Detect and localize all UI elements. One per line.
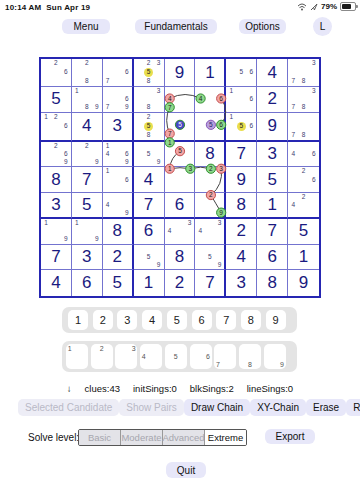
cell-r7c9[interactable]: 5 <box>288 219 319 245</box>
candidate-slot: 7 <box>103 77 113 86</box>
cell-r7c6[interactable]: 34 <box>195 219 226 245</box>
candidate-slot <box>112 59 122 68</box>
cell-r3c1[interactable]: 126 <box>41 113 72 142</box>
candidate-slot <box>184 122 194 131</box>
cell-r9c7[interactable]: 3 <box>226 270 257 296</box>
cell-r8c1[interactable]: 7 <box>41 245 72 271</box>
candidate-slot <box>236 77 246 86</box>
cell-r4c2[interactable]: 29 <box>72 142 103 168</box>
candidate-slot <box>298 95 308 103</box>
candidate-slot <box>175 176 185 184</box>
cell-r3c8[interactable]: 9 <box>257 113 288 142</box>
cell-r9c2[interactable]: 6 <box>72 270 103 296</box>
battery-percent: 79% <box>321 2 337 11</box>
candidate-slot <box>122 184 132 192</box>
position-button-9[interactable]: 9 <box>264 344 286 369</box>
cell-r6c5[interactable]: 6 <box>165 193 196 219</box>
candidate-slot <box>298 201 308 209</box>
candidate-slot <box>144 87 154 95</box>
candidate-slot <box>298 68 308 77</box>
xy-chain-button[interactable]: XY-Chain <box>250 399 306 416</box>
digit-button-9[interactable]: 9 <box>266 310 286 330</box>
candidate-slot <box>215 103 225 111</box>
sudoku-board[interactable]: 2628672358915643785189679381623781264325… <box>39 57 321 298</box>
line-singles-count: lineSings:0 <box>247 383 293 394</box>
cell-r8c7[interactable]: 4 <box>226 245 257 271</box>
cell-r2c9[interactable]: 378 <box>288 87 319 113</box>
candidate-slot <box>72 68 82 77</box>
candidate-slot <box>112 77 122 86</box>
candidate-slot <box>122 87 132 95</box>
candidate-slot: 9 <box>61 235 71 243</box>
digit-button-6[interactable]: 6 <box>192 310 212 330</box>
candidate-grid: 56 <box>226 59 256 86</box>
cell-r2c5[interactable] <box>165 87 196 113</box>
solved-digit: 9 <box>288 270 319 296</box>
candidate-slot <box>72 59 82 68</box>
candidate-slot <box>154 68 164 77</box>
candidate-grid: 16 <box>103 167 132 192</box>
digit-button-7[interactable]: 7 <box>216 310 236 330</box>
candidate-slot <box>72 142 82 150</box>
candidate-slot <box>215 227 225 235</box>
candidate-slot: 7 <box>103 103 113 111</box>
candidate-slot <box>51 158 61 166</box>
candidate-slot <box>144 95 154 103</box>
solved-digit: 1 <box>257 193 287 217</box>
candidate-slot <box>246 77 256 86</box>
candidate-slot: 3 <box>154 59 164 68</box>
candidate-slot <box>215 176 225 184</box>
candidate-slot <box>92 227 102 235</box>
cell-r2c8[interactable]: 2 <box>257 87 288 113</box>
candidate-slot <box>122 193 132 201</box>
candidate-slot <box>72 103 82 111</box>
candidate-grid: 59 <box>134 245 164 270</box>
solved-digit: 7 <box>41 245 71 270</box>
highlighted-candidate: 5 <box>237 122 246 131</box>
cell-r5c7[interactable]: 9 <box>226 167 257 193</box>
candidate-slot <box>246 113 256 122</box>
cell-r4c5[interactable] <box>165 142 196 168</box>
candidate-slot <box>175 142 185 150</box>
solved-digit: 8 <box>195 142 224 167</box>
cell-r8c6[interactable]: 59 <box>195 245 226 271</box>
cell-r1c3[interactable]: 67 <box>103 59 134 87</box>
status-bar: 10:14 AM Sun Apr 19 79% <box>0 0 360 14</box>
block-singles-count: blkSings:2 <box>190 383 234 394</box>
digit-button-1[interactable]: 1 <box>68 310 88 330</box>
cell-r7c5[interactable]: 34 <box>165 219 196 245</box>
cell-r7c3[interactable]: 8 <box>103 219 134 245</box>
cell-r9c6[interactable]: 7 <box>195 270 226 296</box>
candidate-slot <box>92 95 102 103</box>
cell-r9c5[interactable]: 2 <box>165 270 196 296</box>
solved-digit: 1 <box>195 59 224 86</box>
candidate-slot: 1 <box>226 87 236 95</box>
cell-r5c9[interactable]: 26 <box>288 167 319 193</box>
candidate-slot: 2 <box>82 59 92 68</box>
redraw-button[interactable]: Redraw <box>346 399 360 416</box>
candidate-slot <box>175 131 185 140</box>
cell-r6c2[interactable]: 5 <box>72 193 103 219</box>
cell-r9c4[interactable]: 1 <box>134 270 165 296</box>
candidate-slot <box>215 193 225 201</box>
candidate-slot <box>103 68 113 77</box>
position-button-3[interactable]: 3 <box>115 344 137 369</box>
candidate-slot <box>184 150 194 158</box>
cell-r8c9[interactable]: 1 <box>288 245 319 271</box>
candidate-slot <box>236 103 246 111</box>
cell-r6c4[interactable]: 7 <box>134 193 165 219</box>
position-button-5[interactable]: 5 <box>165 344 187 369</box>
candidate-slot <box>112 167 122 175</box>
candidate-slot <box>205 227 215 235</box>
candidate-slot <box>215 201 225 209</box>
cell-r3c7[interactable]: 156 <box>226 113 257 142</box>
cell-r1c1[interactable]: 26 <box>41 59 72 87</box>
position-button-4[interactable]: 4 <box>140 344 162 369</box>
cell-r1c2[interactable]: 28 <box>72 59 103 87</box>
cell-r1c5[interactable]: 9 <box>165 59 196 87</box>
position-button-6[interactable]: 6 <box>190 344 212 369</box>
cell-r5c4[interactable]: 4 <box>134 167 165 193</box>
candidate-grid: 26 <box>288 167 319 192</box>
candidate-slot: 6 <box>61 150 71 158</box>
cell-r5c3[interactable]: 16 <box>103 167 134 193</box>
solved-digit: 8 <box>165 245 195 270</box>
cell-r8c5[interactable]: 8 <box>165 245 196 271</box>
menu-button-label: Menu <box>73 21 98 32</box>
candidate-slot <box>226 131 236 140</box>
candidate-slot <box>41 131 51 140</box>
cell-r2c4[interactable]: 38 <box>134 87 165 113</box>
menu-button[interactable]: Menu <box>62 19 110 34</box>
candidate-slot <box>195 201 205 209</box>
cell-r3c3[interactable]: 3 <box>103 113 134 142</box>
digit-button-3[interactable]: 3 <box>117 310 137 330</box>
cell-r6c6[interactable] <box>195 193 226 219</box>
cell-r5c2[interactable]: 7 <box>72 167 103 193</box>
candidate-slot <box>144 142 154 150</box>
candidate-slot <box>92 142 102 150</box>
cell-r9c1[interactable]: 4 <box>41 270 72 296</box>
candidate-slot <box>82 158 92 166</box>
candidate-slot <box>165 167 175 175</box>
solved-digit: 3 <box>226 270 256 296</box>
candidate-slot <box>309 77 319 86</box>
candidate-slot <box>215 131 225 140</box>
candidate-slot <box>51 77 61 86</box>
candidate-grid <box>165 142 195 167</box>
candidate-slot <box>72 158 82 166</box>
draw-chain-button[interactable]: Draw Chain <box>184 399 250 416</box>
cell-r7c1[interactable]: 19 <box>41 219 72 245</box>
solved-digit: 4 <box>226 245 256 270</box>
cell-r5c5[interactable] <box>165 167 196 193</box>
cell-r7c7[interactable]: 2 <box>226 219 257 245</box>
cell-r4c1[interactable]: 269 <box>41 142 72 168</box>
digit-button-4[interactable]: 4 <box>142 310 162 330</box>
cell-r1c4[interactable]: 2358 <box>134 59 165 87</box>
solve-level-basic[interactable]: Basic <box>79 430 121 445</box>
candidate-grid: 378 <box>288 59 319 86</box>
cell-r3c4[interactable]: 258 <box>134 113 165 142</box>
solve-level-advanced[interactable]: Advanced <box>163 430 205 445</box>
cell-r6c7[interactable]: 8 <box>226 193 257 219</box>
candidate-slot <box>205 113 215 122</box>
candidate-slot <box>215 235 225 243</box>
cell-r1c7[interactable]: 56 <box>226 59 257 87</box>
candidate-slot: 4 <box>103 201 113 209</box>
cell-r4c4[interactable]: 59 <box>134 142 165 168</box>
cell-r5c8[interactable]: 5 <box>257 167 288 193</box>
candidate-slot <box>215 209 225 217</box>
candidate-grid: 38 <box>134 87 164 112</box>
candidate-slot: 7 <box>288 103 298 111</box>
candidate-slot: 4 <box>288 201 298 209</box>
cell-r8c3[interactable]: 2 <box>103 245 134 271</box>
candidate-slot <box>215 87 225 95</box>
options-button-label: Options <box>245 21 279 32</box>
position-button-1[interactable]: 1 <box>66 344 88 369</box>
solve-level-extreme[interactable]: Extreme <box>205 430 246 445</box>
solved-digit: 8 <box>226 193 256 217</box>
candidate-grid <box>165 113 195 140</box>
position-button-2[interactable]: 2 <box>91 344 113 369</box>
candidate-slot <box>82 68 92 77</box>
candidate-slot <box>298 59 308 68</box>
candidate-slot <box>298 176 308 184</box>
candidate-slot <box>92 150 102 158</box>
candidate-slot: 9 <box>92 158 102 166</box>
candidate-slot <box>61 227 71 235</box>
candidate-slot <box>298 142 308 150</box>
cell-r1c8[interactable]: 4 <box>257 59 288 87</box>
candidate-slot <box>112 193 122 201</box>
cell-r2c3[interactable]: 679 <box>103 87 134 113</box>
candidate-slot <box>298 87 308 95</box>
candidate-slot <box>205 219 215 227</box>
candidate-slot: 2 <box>144 113 154 122</box>
cell-r9c8[interactable]: 8 <box>257 270 288 296</box>
candidate-grid <box>165 167 195 192</box>
fundamentals-button[interactable]: Fundamentals <box>135 19 217 34</box>
candidate-slot <box>226 59 236 68</box>
cell-r2c1[interactable]: 5 <box>41 87 72 113</box>
candidate-slot <box>298 113 308 122</box>
candidate-slot: 7 <box>288 77 298 86</box>
cell-r4c8[interactable]: 3 <box>257 142 288 168</box>
candidate-slot: 8 <box>144 103 154 111</box>
candidate-slot: 2 <box>298 167 308 175</box>
candidate-slot <box>298 122 308 131</box>
candidate-grid: 269 <box>41 142 71 167</box>
candidate-grid: 16 <box>226 87 256 112</box>
cell-r6c9[interactable]: 24 <box>288 193 319 219</box>
candidate-slot <box>175 227 185 235</box>
digit-button-8[interactable]: 8 <box>241 310 261 330</box>
status-time-date: 10:14 AM Sun Apr 19 <box>5 3 90 12</box>
candidate-slot <box>288 158 298 166</box>
candidate-slot <box>41 68 51 77</box>
candidate-slot: 5 <box>144 253 154 261</box>
cell-r3c9[interactable]: 78 <box>288 113 319 142</box>
candidate-slot <box>298 150 308 158</box>
candidate-slot <box>215 184 225 192</box>
cell-r8c2[interactable]: 3 <box>72 245 103 271</box>
cell-r5c6[interactable] <box>195 167 226 193</box>
candidate-slot: 9 <box>154 158 164 166</box>
cell-r8c8[interactable]: 6 <box>257 245 288 271</box>
candidate-grid: 126 <box>41 113 71 140</box>
candidate-slot <box>184 87 194 95</box>
show-pairs-button: Show Pairs <box>119 399 184 416</box>
candidate-slot <box>309 193 319 201</box>
candidate-slot <box>175 103 185 111</box>
candidate-slot <box>205 209 215 217</box>
position-button-7[interactable]: 7 <box>214 344 236 369</box>
candidate-slot <box>144 158 154 166</box>
solved-digit: 4 <box>41 270 71 296</box>
cell-r1c9[interactable]: 378 <box>288 59 319 87</box>
candidate-slot <box>112 103 122 111</box>
candidate-slot <box>236 131 246 140</box>
cell-r5c1[interactable]: 8 <box>41 167 72 193</box>
profile-button[interactable]: L <box>313 17 332 36</box>
cell-r7c2[interactable]: 19 <box>72 219 103 245</box>
candidate-slot <box>205 95 215 103</box>
position-button-8[interactable]: 8 <box>239 344 261 369</box>
candidate-slot <box>72 77 82 86</box>
candidate-slot: 9 <box>92 103 102 111</box>
init-singles-count: initSings:0 <box>133 383 177 394</box>
cell-r7c8[interactable]: 7 <box>257 219 288 245</box>
candidate-slot <box>175 235 185 243</box>
candidate-slot: 5 <box>144 150 154 158</box>
erase-button[interactable]: Erase <box>306 399 346 416</box>
solved-digit: 4 <box>72 113 102 140</box>
candidate-slot <box>236 87 246 95</box>
export-button-label: Export <box>276 431 305 442</box>
solved-digit: 7 <box>226 142 256 167</box>
candidate-slot: 6 <box>122 176 132 184</box>
candidate-slot <box>205 184 215 192</box>
solved-digit: 1 <box>134 270 164 296</box>
candidate-slot: 4 <box>103 150 113 158</box>
options-button[interactable]: Options <box>239 19 286 34</box>
candidate-slot <box>205 235 215 243</box>
candidate-slot <box>51 68 61 77</box>
cell-r6c1[interactable]: 3 <box>41 193 72 219</box>
candidate-slot <box>122 77 132 86</box>
cell-r9c3[interactable]: 5 <box>103 270 134 296</box>
candidate-slot <box>112 68 122 77</box>
candidate-slot <box>175 122 185 131</box>
candidate-slot <box>154 150 164 158</box>
cell-r7c4[interactable]: 6 <box>134 219 165 245</box>
candidate-slot <box>103 95 113 103</box>
candidate-slot: 6 <box>122 95 132 103</box>
solved-digit: 7 <box>134 193 164 217</box>
candidate-slot <box>195 95 205 103</box>
solved-digit: 5 <box>72 193 102 217</box>
cell-r2c7[interactable]: 16 <box>226 87 257 113</box>
candidate-slot: 8 <box>298 77 308 86</box>
candidate-slot <box>184 167 194 175</box>
solve-level-moderate[interactable]: Moderate <box>121 430 163 445</box>
quit-button[interactable]: Quit <box>166 462 206 478</box>
candidate-grid <box>165 87 195 112</box>
digit-button-5[interactable]: 5 <box>167 310 187 330</box>
candidate-slot <box>288 59 298 68</box>
cell-r1c6[interactable]: 1 <box>195 59 226 87</box>
candidate-slot <box>195 113 205 122</box>
cell-r3c6[interactable] <box>195 113 226 142</box>
candidate-grid: 78 <box>288 113 319 140</box>
candidate-slot <box>184 113 194 122</box>
candidate-slot <box>175 150 185 158</box>
candidate-slot <box>92 68 102 77</box>
cell-r6c8[interactable]: 1 <box>257 193 288 219</box>
candidate-grid <box>195 193 224 217</box>
cell-r3c5[interactable] <box>165 113 196 142</box>
solved-digit: 5 <box>103 270 132 296</box>
candidate-slot: 6 <box>61 122 71 131</box>
solved-digit: 1 <box>288 245 319 270</box>
cell-r6c3[interactable]: 49 <box>103 193 134 219</box>
candidate-slot <box>134 59 144 68</box>
candidate-slot: 9 <box>215 261 225 269</box>
cell-r2c2[interactable]: 189 <box>72 87 103 113</box>
candidate-slot <box>41 122 51 131</box>
candidate-slot <box>205 201 215 209</box>
cell-r2c6[interactable] <box>195 87 226 113</box>
digit-button-2[interactable]: 2 <box>93 310 113 330</box>
candidate-slot <box>205 261 215 269</box>
solved-digit: 5 <box>257 167 287 192</box>
candidate-slot: 5 <box>236 68 246 77</box>
candidate-slot <box>215 167 225 175</box>
candidate-slot <box>195 245 205 253</box>
candidate-slot <box>92 87 102 95</box>
candidate-slot <box>236 113 246 122</box>
candidate-slot: 6 <box>246 95 256 103</box>
cell-r8c4[interactable]: 59 <box>134 245 165 271</box>
cell-r4c7[interactable]: 7 <box>226 142 257 168</box>
candidate-slot <box>226 95 236 103</box>
candidate-slot <box>165 87 175 95</box>
cell-r4c3[interactable]: 1469 <box>103 142 134 168</box>
candidate-grid <box>195 113 224 140</box>
candidate-slot: 5 <box>236 122 246 131</box>
candidate-slot <box>184 184 194 192</box>
solved-digit: 7 <box>72 167 102 192</box>
candidate-slot <box>134 122 144 131</box>
arrow-down-icon: ↓ <box>67 383 72 394</box>
cell-r9c9[interactable]: 9 <box>288 270 319 296</box>
candidate-slot <box>205 87 215 95</box>
candidate-slot <box>82 150 92 158</box>
export-button[interactable]: Export <box>265 429 315 444</box>
candidate-slot <box>134 261 144 269</box>
candidate-slot <box>41 59 51 68</box>
cell-r4c6[interactable]: 8 <box>195 142 226 168</box>
cell-r3c2[interactable]: 4 <box>72 113 103 142</box>
candidate-slot <box>246 131 256 140</box>
candidate-slot <box>51 150 61 158</box>
cell-r4c9[interactable]: 46 <box>288 142 319 168</box>
